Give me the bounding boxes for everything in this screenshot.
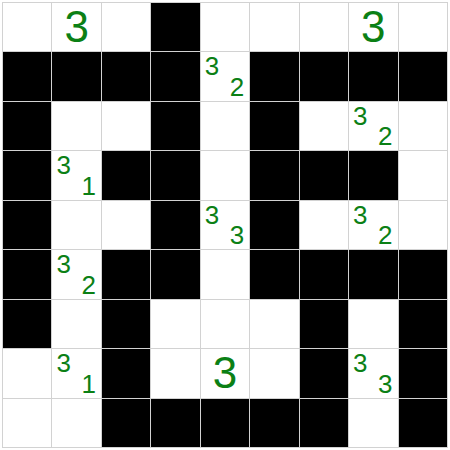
cell-r7c7[interactable]: 33	[349, 349, 397, 397]
black-cell-r3c2[interactable]	[102, 151, 150, 199]
black-cell-r7c6[interactable]	[300, 349, 348, 397]
clue-top-left-digit: 3	[56, 152, 70, 178]
black-cell-r7c2[interactable]	[102, 349, 150, 397]
clue-top-left-digit: 3	[205, 53, 219, 79]
black-cell-r8c2[interactable]	[102, 399, 150, 447]
clue-center-digit: 3	[201, 349, 249, 397]
clue-top-left-digit: 3	[353, 103, 367, 129]
black-cell-r1c7[interactable]	[349, 52, 397, 100]
cell-r6c4[interactable]	[201, 300, 249, 348]
clue-top-left-digit: 3	[205, 202, 219, 228]
cell-r4c2[interactable]	[102, 201, 150, 249]
cell-r6c1[interactable]	[52, 300, 100, 348]
cell-r8c7[interactable]	[349, 399, 397, 447]
black-cell-r1c3[interactable]	[151, 52, 199, 100]
cell-r3c8[interactable]	[399, 151, 447, 199]
cell-r2c7[interactable]: 32	[349, 102, 397, 150]
cell-r1c4[interactable]: 32	[201, 52, 249, 100]
clue-top-left-digit: 3	[353, 202, 367, 228]
cell-r2c2[interactable]	[102, 102, 150, 150]
cell-r6c3[interactable]	[151, 300, 199, 348]
black-cell-r3c5[interactable]	[250, 151, 298, 199]
black-cell-r1c8[interactable]	[399, 52, 447, 100]
black-cell-r6c2[interactable]	[102, 300, 150, 348]
clue-bottom-right-digit: 1	[81, 173, 95, 199]
clue-bottom-right-digit: 2	[378, 123, 392, 149]
black-cell-r5c6[interactable]	[300, 250, 348, 298]
cell-r0c6[interactable]	[300, 3, 348, 51]
clue-center-digit: 3	[52, 3, 100, 51]
puzzle-page: 3332323133323231333	[0, 0, 450, 450]
black-cell-r3c6[interactable]	[300, 151, 348, 199]
cell-r8c0[interactable]	[3, 399, 51, 447]
cell-r5c1[interactable]: 32	[52, 250, 100, 298]
black-cell-r6c6[interactable]	[300, 300, 348, 348]
black-cell-r1c6[interactable]	[300, 52, 348, 100]
cell-r2c4[interactable]	[201, 102, 249, 150]
cell-r7c4[interactable]: 3	[201, 349, 249, 397]
black-cell-r8c5[interactable]	[250, 399, 298, 447]
cell-r5c4[interactable]	[201, 250, 249, 298]
black-cell-r8c6[interactable]	[300, 399, 348, 447]
clue-bottom-right-digit: 3	[230, 222, 244, 248]
black-cell-r7c8[interactable]	[399, 349, 447, 397]
clue-bottom-right-digit: 2	[378, 222, 392, 248]
black-cell-r3c3[interactable]	[151, 151, 199, 199]
cell-r6c5[interactable]	[250, 300, 298, 348]
black-cell-r6c0[interactable]	[3, 300, 51, 348]
black-cell-r3c0[interactable]	[3, 151, 51, 199]
black-cell-r1c0[interactable]	[3, 52, 51, 100]
clue-top-left-digit: 3	[353, 350, 367, 376]
black-cell-r5c3[interactable]	[151, 250, 199, 298]
black-cell-r5c5[interactable]	[250, 250, 298, 298]
black-cell-r1c2[interactable]	[102, 52, 150, 100]
cell-r7c5[interactable]	[250, 349, 298, 397]
cell-r0c8[interactable]	[399, 3, 447, 51]
black-cell-r2c5[interactable]	[250, 102, 298, 150]
black-cell-r4c3[interactable]	[151, 201, 199, 249]
black-cell-r5c2[interactable]	[102, 250, 150, 298]
cell-r0c4[interactable]	[201, 3, 249, 51]
cell-r2c6[interactable]	[300, 102, 348, 150]
cell-r2c8[interactable]	[399, 102, 447, 150]
black-cell-r1c1[interactable]	[52, 52, 100, 100]
cell-r0c2[interactable]	[102, 3, 150, 51]
cell-r7c1[interactable]: 31	[52, 349, 100, 397]
black-cell-r4c5[interactable]	[250, 201, 298, 249]
cell-r0c5[interactable]	[250, 3, 298, 51]
cell-r3c1[interactable]: 31	[52, 151, 100, 199]
cell-r7c3[interactable]	[151, 349, 199, 397]
cell-r0c7[interactable]: 3	[349, 3, 397, 51]
clue-top-left-digit: 3	[56, 350, 70, 376]
cell-r0c1[interactable]: 3	[52, 3, 100, 51]
clue-bottom-right-digit: 2	[230, 74, 244, 100]
black-cell-r4c0[interactable]	[3, 201, 51, 249]
black-cell-r8c3[interactable]	[151, 399, 199, 447]
cell-r4c7[interactable]: 32	[349, 201, 397, 249]
cell-r4c1[interactable]	[52, 201, 100, 249]
clue-bottom-right-digit: 3	[378, 371, 392, 397]
cell-r4c6[interactable]	[300, 201, 348, 249]
clue-center-digit: 3	[349, 3, 397, 51]
cell-r0c0[interactable]	[3, 3, 51, 51]
black-cell-r8c8[interactable]	[399, 399, 447, 447]
cell-r2c1[interactable]	[52, 102, 100, 150]
cell-r4c8[interactable]	[399, 201, 447, 249]
black-cell-r3c7[interactable]	[349, 151, 397, 199]
black-cell-r8c4[interactable]	[201, 399, 249, 447]
black-cell-r5c0[interactable]	[3, 250, 51, 298]
cell-r3c4[interactable]	[201, 151, 249, 199]
cell-r6c7[interactable]	[349, 300, 397, 348]
black-cell-r0c3[interactable]	[151, 3, 199, 51]
black-cell-r1c5[interactable]	[250, 52, 298, 100]
black-cell-r5c8[interactable]	[399, 250, 447, 298]
clue-top-left-digit: 3	[56, 251, 70, 277]
cell-r4c4[interactable]: 33	[201, 201, 249, 249]
puzzle-board: 3332323133323231333	[2, 2, 448, 448]
black-cell-r2c3[interactable]	[151, 102, 199, 150]
clue-bottom-right-digit: 2	[81, 272, 95, 298]
black-cell-r5c7[interactable]	[349, 250, 397, 298]
black-cell-r6c8[interactable]	[399, 300, 447, 348]
black-cell-r2c0[interactable]	[3, 102, 51, 150]
cell-r7c0[interactable]	[3, 349, 51, 397]
clue-bottom-right-digit: 1	[81, 371, 95, 397]
cell-r8c1[interactable]	[52, 399, 100, 447]
